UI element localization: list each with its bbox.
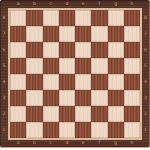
square-a3[interactable] — [10, 90, 26, 106]
square-b7[interactable] — [26, 26, 42, 42]
square-g3[interactable] — [108, 90, 124, 106]
square-f4[interactable] — [91, 74, 107, 90]
board-play-area — [8, 8, 142, 140]
square-h2[interactable] — [124, 106, 140, 122]
square-b8[interactable] — [26, 10, 42, 26]
square-h1[interactable] — [124, 122, 140, 138]
square-b6[interactable] — [26, 42, 42, 58]
square-g5[interactable] — [108, 58, 124, 74]
square-f2[interactable] — [91, 106, 107, 122]
square-b1[interactable] — [26, 122, 42, 138]
square-a2[interactable] — [10, 106, 26, 122]
square-c8[interactable] — [43, 10, 59, 26]
square-e5[interactable] — [75, 58, 91, 74]
square-g7[interactable] — [108, 26, 124, 42]
square-c4[interactable] — [43, 74, 59, 90]
square-f3[interactable] — [91, 90, 107, 106]
square-d1[interactable] — [59, 122, 75, 138]
square-e7[interactable] — [75, 26, 91, 42]
square-d8[interactable] — [59, 10, 75, 26]
square-e2[interactable] — [75, 106, 91, 122]
square-f5[interactable] — [91, 58, 107, 74]
square-f7[interactable] — [91, 26, 107, 42]
square-c5[interactable] — [43, 58, 59, 74]
square-c6[interactable] — [43, 42, 59, 58]
square-f8[interactable] — [91, 10, 107, 26]
square-d3[interactable] — [59, 90, 75, 106]
square-g2[interactable] — [108, 106, 124, 122]
square-c7[interactable] — [43, 26, 59, 42]
chessboard-photo: abcdefgh abcdefgh 87654321 87654321 — [0, 0, 150, 150]
square-a4[interactable] — [10, 74, 26, 90]
square-a7[interactable] — [10, 26, 26, 42]
square-b3[interactable] — [26, 90, 42, 106]
square-d4[interactable] — [59, 74, 75, 90]
board-grid — [10, 10, 140, 138]
square-e8[interactable] — [75, 10, 91, 26]
square-b4[interactable] — [26, 74, 42, 90]
square-e1[interactable] — [75, 122, 91, 138]
square-a5[interactable] — [10, 58, 26, 74]
square-h4[interactable] — [124, 74, 140, 90]
square-g4[interactable] — [108, 74, 124, 90]
square-e3[interactable] — [75, 90, 91, 106]
square-f6[interactable] — [91, 42, 107, 58]
square-h8[interactable] — [124, 10, 140, 26]
square-c3[interactable] — [43, 90, 59, 106]
square-h7[interactable] — [124, 26, 140, 42]
square-d2[interactable] — [59, 106, 75, 122]
square-d7[interactable] — [59, 26, 75, 42]
square-g1[interactable] — [108, 122, 124, 138]
square-b5[interactable] — [26, 58, 42, 74]
square-f1[interactable] — [91, 122, 107, 138]
square-e6[interactable] — [75, 42, 91, 58]
square-c1[interactable] — [43, 122, 59, 138]
square-a6[interactable] — [10, 42, 26, 58]
square-e4[interactable] — [75, 74, 91, 90]
square-h3[interactable] — [124, 90, 140, 106]
square-a8[interactable] — [10, 10, 26, 26]
square-h6[interactable] — [124, 42, 140, 58]
square-g6[interactable] — [108, 42, 124, 58]
square-b2[interactable] — [26, 106, 42, 122]
square-h5[interactable] — [124, 58, 140, 74]
square-d6[interactable] — [59, 42, 75, 58]
square-a1[interactable] — [10, 122, 26, 138]
square-d5[interactable] — [59, 58, 75, 74]
square-c2[interactable] — [43, 106, 59, 122]
square-g8[interactable] — [108, 10, 124, 26]
